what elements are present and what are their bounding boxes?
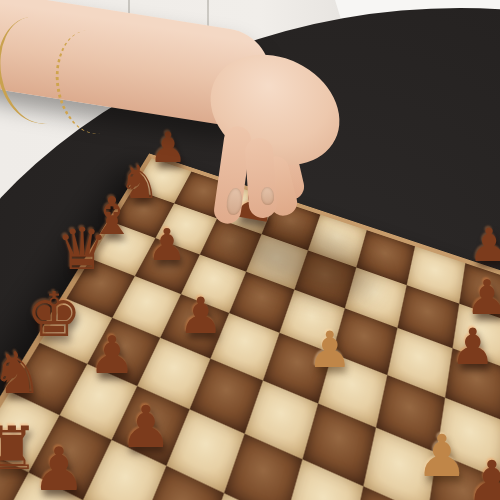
walnut-pawn-c4[interactable]: ♟ [120, 398, 172, 456]
walnut-pawn-c6[interactable]: ♟ [179, 291, 224, 341]
walnut-king-a4[interactable]: ♚ [26, 284, 82, 346]
maple-pawn-h4[interactable]: ♟ [416, 427, 468, 485]
maple-pawn-e5[interactable]: ♟ [308, 325, 353, 375]
walnut-pawn-b7[interactable]: ♟ [147, 223, 186, 267]
walnut-pawn-b3[interactable]: ♟ [32, 439, 86, 499]
walnut-pawn-b5[interactable]: ♟ [89, 329, 136, 381]
walnut-pawn-h3[interactable]: ♟ [466, 453, 500, 500]
walnut-pawn-h8[interactable]: ♟ [468, 222, 500, 268]
middle-finger [244, 137, 278, 219]
walnut-pawn-h7[interactable]: ♟ [465, 273, 500, 321]
walnut-rook-offboard[interactable]: ♜ [0, 418, 39, 478]
walnut-queen-a5[interactable]: ♛ [56, 220, 108, 278]
walnut-knight-a3[interactable]: ♞ [0, 344, 43, 402]
walnut-pawn-h6[interactable]: ♟ [451, 322, 496, 372]
